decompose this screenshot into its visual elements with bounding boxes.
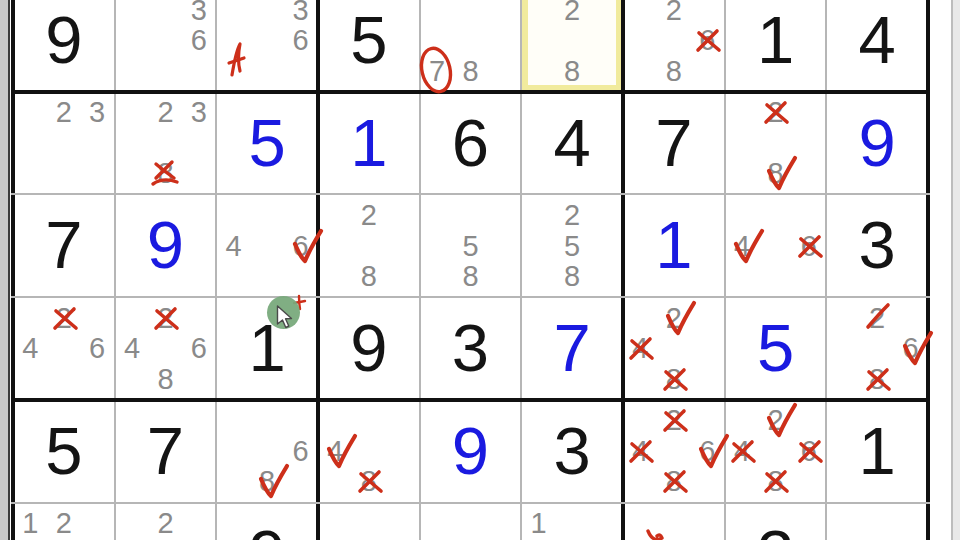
cell-r5c9[interactable]: 3 xyxy=(826,194,928,297)
cell-r3c7[interactable]: 268 xyxy=(623,0,725,92)
pencil-mark-2: 2 xyxy=(556,199,588,231)
right-margin xyxy=(953,0,960,540)
pencil-mark-7: 7 xyxy=(421,55,453,87)
cell-r6c5[interactable]: 3 xyxy=(420,297,522,400)
red-curl-mark xyxy=(645,529,667,540)
cell-r8c7[interactable] xyxy=(623,503,725,540)
given-digit: 9 xyxy=(13,0,115,92)
pencil-mark-3: 3 xyxy=(285,0,317,26)
given-digit: 7 xyxy=(115,400,217,503)
pencil-mark-2: 2 xyxy=(658,302,690,334)
pencil-mark-8: 8 xyxy=(556,55,588,87)
given-digit: 3 xyxy=(826,194,928,297)
pencil-mark-8: 8 xyxy=(353,260,385,292)
pencil-mark-3: 3 xyxy=(81,96,113,128)
cell-r8c9[interactable] xyxy=(826,503,928,540)
cell-r7c1[interactable]: 5 xyxy=(13,400,115,503)
solved-digit: 5 xyxy=(216,92,318,195)
pencil-mark-6: 6 xyxy=(285,435,317,467)
pencil-mark-8: 8 xyxy=(454,260,486,292)
cell-r5c7[interactable]: 1 xyxy=(623,194,725,297)
pencil-mark-2: 2 xyxy=(658,404,690,436)
cell-r4c6[interactable]: 4 xyxy=(521,92,623,195)
cell-r6c3[interactable]: 1 xyxy=(216,297,318,400)
cell-r5c2[interactable]: 9 xyxy=(115,194,217,297)
pencil-mark-2: 2 xyxy=(759,96,791,128)
pencil-mark-8: 8 xyxy=(556,260,588,292)
pencil-mark-8: 8 xyxy=(454,55,486,87)
pencil-mark-6: 6 xyxy=(793,435,825,467)
pencil-mark-8: 8 xyxy=(149,363,181,395)
solved-digit: 1 xyxy=(623,194,725,297)
pencil-mark-2: 2 xyxy=(353,199,385,231)
cell-r4c4[interactable]: 1 xyxy=(318,92,420,195)
pencil-mark-8: 8 xyxy=(353,465,385,497)
cell-r6c9[interactable]: 268 xyxy=(826,297,928,400)
pencil-mark-4: 4 xyxy=(624,332,656,364)
cell-r7c7[interactable]: 2468 xyxy=(623,400,725,503)
pencil-mark-2: 2 xyxy=(658,0,690,26)
given-digit: 5 xyxy=(318,0,420,92)
cell-r3c1[interactable]: 9 xyxy=(13,0,115,92)
pencil-mark-5: 5 xyxy=(556,230,588,262)
pencil-mark-4: 4 xyxy=(319,435,351,467)
cell-r8c8[interactable]: 3 xyxy=(725,503,827,540)
given-digit: 3 xyxy=(521,400,623,503)
pencil-mark-8: 8 xyxy=(759,465,791,497)
cell-r7c2[interactable]: 7 xyxy=(115,400,217,503)
red-squiggle-mark xyxy=(224,41,248,77)
cell-r4c2[interactable]: 238 xyxy=(115,92,217,195)
solved-digit: 9 xyxy=(115,194,217,297)
cell-r3c5[interactable]: 78 xyxy=(420,0,522,92)
pencil-mark-6: 6 xyxy=(285,24,317,56)
given-digit: 3 xyxy=(420,297,522,400)
cell-r4c9[interactable]: 9 xyxy=(826,92,928,195)
cell-r3c8[interactable]: 1 xyxy=(725,0,827,92)
cell-r8c4[interactable] xyxy=(318,503,420,540)
cell-r5c6[interactable]: 258 xyxy=(521,194,623,297)
solved-digit: 1 xyxy=(318,92,420,195)
cell-r8c5[interactable] xyxy=(420,503,522,540)
pencil-mark-2: 2 xyxy=(48,96,80,128)
pencil-mark-2: 2 xyxy=(149,507,181,539)
pencil-mark-6: 6 xyxy=(793,230,825,262)
pencil-mark-1: 1 xyxy=(14,507,46,539)
pencil-mark-8: 8 xyxy=(149,157,181,189)
pencil-mark-6: 6 xyxy=(691,435,723,467)
solved-digit: 5 xyxy=(725,297,827,400)
pencil-mark-6: 6 xyxy=(285,230,317,262)
cell-r4c8[interactable]: 28 xyxy=(725,92,827,195)
cell-r7c6[interactable]: 3 xyxy=(521,400,623,503)
cell-r8c1[interactable]: 12 xyxy=(13,503,115,540)
given-digit: 7 xyxy=(623,92,725,195)
pencil-mark-8: 8 xyxy=(658,363,690,395)
cell-r8c2[interactable]: 2 xyxy=(115,503,217,540)
cell-r8c6[interactable]: 1 xyxy=(521,503,623,540)
pencil-mark-3: 3 xyxy=(183,0,215,26)
cell-r3c6[interactable]: 28 xyxy=(521,0,623,92)
given-digit: 4 xyxy=(521,92,623,195)
pencil-mark-8: 8 xyxy=(861,363,893,395)
cell-r6c1[interactable]: 246 xyxy=(13,297,115,400)
pencil-mark-8: 8 xyxy=(658,465,690,497)
solved-digit: 7 xyxy=(521,297,623,400)
given-digit: 3 xyxy=(725,503,827,540)
pencil-mark-3: 3 xyxy=(183,96,215,128)
solved-digit: 9 xyxy=(420,400,522,503)
left-margin-edge-line xyxy=(8,0,10,540)
cell-r5c4[interactable]: 28 xyxy=(318,194,420,297)
cell-r3c9[interactable]: 4 xyxy=(826,0,928,92)
cell-r4c7[interactable]: 7 xyxy=(623,92,725,195)
pencil-mark-5: 5 xyxy=(454,230,486,262)
pencil-mark-2: 2 xyxy=(48,507,80,539)
cell-r8c3[interactable]: 9 xyxy=(216,503,318,540)
pencil-mark-2: 2 xyxy=(149,302,181,334)
cell-r5c8[interactable]: 46 xyxy=(725,194,827,297)
sudoku-board: 9363657828268142323851647289794628582581… xyxy=(0,0,960,540)
pencil-mark-2: 2 xyxy=(48,302,80,334)
pencil-mark-6: 6 xyxy=(183,332,215,364)
given-digit: 5 xyxy=(13,400,115,503)
pencil-mark-8: 8 xyxy=(759,157,791,189)
pencil-mark-8: 8 xyxy=(658,55,690,87)
pencil-mark-2: 2 xyxy=(861,302,893,334)
solved-digit: 9 xyxy=(826,92,928,195)
cell-r3c4[interactable]: 5 xyxy=(318,0,420,92)
pencil-mark-4: 4 xyxy=(726,230,758,262)
cell-r3c3[interactable]: 36 xyxy=(216,0,318,92)
cell-r7c8[interactable]: 2468 xyxy=(725,400,827,503)
cell-r6c4[interactable]: 9 xyxy=(318,297,420,400)
given-digit: 4 xyxy=(826,0,928,92)
pencil-mark-4: 4 xyxy=(116,332,148,364)
cell-r4c5[interactable]: 6 xyxy=(420,92,522,195)
cell-r6c2[interactable]: 2468 xyxy=(115,297,217,400)
pencil-mark-4: 4 xyxy=(624,435,656,467)
given-digit: 9 xyxy=(216,503,318,540)
cell-r4c3[interactable]: 5 xyxy=(216,92,318,195)
given-digit: 9 xyxy=(318,297,420,400)
given-digit: 1 xyxy=(725,0,827,92)
pencil-mark-6: 6 xyxy=(691,24,723,56)
cell-r4c1[interactable]: 23 xyxy=(13,92,115,195)
cell-r6c7[interactable]: 248 xyxy=(623,297,725,400)
pencil-mark-8: 8 xyxy=(251,465,283,497)
given-digit: 7 xyxy=(13,194,115,297)
cell-r6c6[interactable]: 7 xyxy=(521,297,623,400)
given-digit: 1 xyxy=(826,400,928,503)
pencil-mark-6: 6 xyxy=(81,332,113,364)
cell-r5c1[interactable]: 7 xyxy=(13,194,115,297)
cell-r5c5[interactable]: 58 xyxy=(420,194,522,297)
given-digit: 1 xyxy=(216,297,318,400)
pencil-mark-2: 2 xyxy=(759,404,791,436)
pencil-mark-1: 1 xyxy=(523,507,555,539)
pencil-mark-4: 4 xyxy=(726,435,758,467)
cell-r6c8[interactable]: 5 xyxy=(725,297,827,400)
cell-r7c4[interactable]: 48 xyxy=(318,400,420,503)
pencil-mark-4: 4 xyxy=(218,230,250,262)
cell-r5c3[interactable]: 46 xyxy=(216,194,318,297)
pencil-mark-2: 2 xyxy=(556,0,588,26)
pencil-mark-6: 6 xyxy=(895,332,927,364)
cell-r7c9[interactable]: 1 xyxy=(826,400,928,503)
given-digit: 6 xyxy=(420,92,522,195)
pencil-mark-2: 2 xyxy=(149,96,181,128)
cell-r3c2[interactable]: 36 xyxy=(115,0,217,92)
left-margin xyxy=(0,0,8,540)
cell-r7c5[interactable]: 9 xyxy=(420,400,522,503)
pencil-mark-4: 4 xyxy=(14,332,46,364)
pencil-mark-6: 6 xyxy=(183,24,215,56)
cell-r7c3[interactable]: 68 xyxy=(216,400,318,503)
